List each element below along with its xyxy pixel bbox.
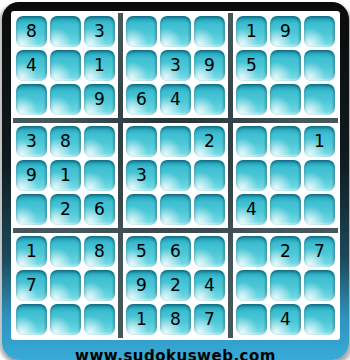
cell-r4c4[interactable]: [126, 126, 157, 157]
cell-r3c1[interactable]: [16, 84, 47, 115]
cell-r8c4[interactable]: 9: [126, 270, 157, 301]
cell-r3c7[interactable]: [236, 84, 267, 115]
cell-r5c4[interactable]: 3: [126, 160, 157, 191]
cell-r7c5[interactable]: 6: [160, 236, 191, 267]
cell-r2c4[interactable]: [126, 50, 157, 81]
cell-r1c2[interactable]: [50, 16, 81, 47]
cell-r9c7[interactable]: [236, 304, 267, 335]
cell-r9c5[interactable]: 8: [160, 304, 191, 335]
cell-r3c4[interactable]: 6: [126, 84, 157, 115]
cell-r5c6[interactable]: [194, 160, 225, 191]
cell-r3c5[interactable]: 4: [160, 84, 191, 115]
cell-r8c5[interactable]: 2: [160, 270, 191, 301]
cell-r6c8[interactable]: [270, 194, 301, 225]
cell-r1c6[interactable]: [194, 16, 225, 47]
cell-r4c8[interactable]: [270, 126, 301, 157]
cell-r8c9[interactable]: [304, 270, 335, 301]
site-link[interactable]: www.sudokusweb.com: [75, 347, 276, 360]
cell-r6c2[interactable]: 2: [50, 194, 81, 225]
cell-r4c7[interactable]: [236, 126, 267, 157]
block-2: 3964: [123, 13, 228, 118]
cell-r4c2[interactable]: 8: [50, 126, 81, 157]
cell-r1c3[interactable]: 3: [84, 16, 115, 47]
cell-r3c8[interactable]: [270, 84, 301, 115]
cell-r8c3[interactable]: [84, 270, 115, 301]
cell-r1c8[interactable]: 9: [270, 16, 301, 47]
cell-r1c4[interactable]: [126, 16, 157, 47]
cell-r2c1[interactable]: 4: [16, 50, 47, 81]
cell-r2c7[interactable]: 5: [236, 50, 267, 81]
cell-r3c6[interactable]: [194, 84, 225, 115]
cell-r6c3[interactable]: 6: [84, 194, 115, 225]
cell-r7c8[interactable]: 2: [270, 236, 301, 267]
cell-r3c2[interactable]: [50, 84, 81, 115]
cell-r5c5[interactable]: [160, 160, 191, 191]
cell-r9c8[interactable]: 4: [270, 304, 301, 335]
cell-r2c5[interactable]: 3: [160, 50, 191, 81]
block-4: 389126: [13, 123, 118, 228]
cell-r7c3[interactable]: 8: [84, 236, 115, 267]
cell-r7c6[interactable]: [194, 236, 225, 267]
cell-r7c7[interactable]: [236, 236, 267, 267]
cell-r7c1[interactable]: 1: [16, 236, 47, 267]
cell-r9c1[interactable]: [16, 304, 47, 335]
cell-r6c4[interactable]: [126, 194, 157, 225]
cell-r1c1[interactable]: 8: [16, 16, 47, 47]
cell-r6c7[interactable]: 4: [236, 194, 267, 225]
block-1: 83419: [13, 13, 118, 118]
cell-r9c4[interactable]: 1: [126, 304, 157, 335]
block-8: 56924187: [123, 233, 228, 338]
board-frame: 834193964195389126231418756924187274 www…: [2, 2, 349, 360]
cell-r9c9[interactable]: [304, 304, 335, 335]
cell-r4c6[interactable]: 2: [194, 126, 225, 157]
cell-r9c2[interactable]: [50, 304, 81, 335]
sudoku-widget: 834193964195389126231418756924187274 www…: [0, 0, 350, 360]
footer-bar: www.sudokusweb.com: [11, 340, 340, 360]
cell-r5c1[interactable]: 9: [16, 160, 47, 191]
cell-r4c9[interactable]: 1: [304, 126, 335, 157]
block-7: 187: [13, 233, 118, 338]
cell-r7c4[interactable]: 5: [126, 236, 157, 267]
block-5: 23: [123, 123, 228, 228]
cell-r2c9[interactable]: [304, 50, 335, 81]
cell-r2c8[interactable]: [270, 50, 301, 81]
cell-r5c8[interactable]: [270, 160, 301, 191]
cell-r9c6[interactable]: 7: [194, 304, 225, 335]
block-3: 195: [233, 13, 338, 118]
cell-r3c3[interactable]: 9: [84, 84, 115, 115]
cell-r5c3[interactable]: [84, 160, 115, 191]
cell-r5c7[interactable]: [236, 160, 267, 191]
cell-r4c3[interactable]: [84, 126, 115, 157]
cell-r8c8[interactable]: [270, 270, 301, 301]
cell-r6c5[interactable]: [160, 194, 191, 225]
cell-r9c3[interactable]: [84, 304, 115, 335]
cell-r8c6[interactable]: 4: [194, 270, 225, 301]
cell-r7c9[interactable]: 7: [304, 236, 335, 267]
block-9: 274: [233, 233, 338, 338]
cell-r6c1[interactable]: [16, 194, 47, 225]
cell-r8c7[interactable]: [236, 270, 267, 301]
sudoku-board: 834193964195389126231418756924187274: [13, 13, 338, 338]
cell-r8c1[interactable]: 7: [16, 270, 47, 301]
cell-r2c2[interactable]: [50, 50, 81, 81]
cell-r1c9[interactable]: [304, 16, 335, 47]
cell-r2c3[interactable]: 1: [84, 50, 115, 81]
cell-r6c9[interactable]: [304, 194, 335, 225]
cell-r4c1[interactable]: 3: [16, 126, 47, 157]
cell-r7c2[interactable]: [50, 236, 81, 267]
cell-r1c5[interactable]: [160, 16, 191, 47]
cell-r8c2[interactable]: [50, 270, 81, 301]
cell-r5c9[interactable]: [304, 160, 335, 191]
cell-r5c2[interactable]: 1: [50, 160, 81, 191]
cell-r2c6[interactable]: 9: [194, 50, 225, 81]
cell-r6c6[interactable]: [194, 194, 225, 225]
cell-r3c9[interactable]: [304, 84, 335, 115]
board-inner: 834193964195389126231418756924187274: [11, 11, 340, 340]
block-6: 14: [233, 123, 338, 228]
cell-r1c7[interactable]: 1: [236, 16, 267, 47]
cell-r4c5[interactable]: [160, 126, 191, 157]
